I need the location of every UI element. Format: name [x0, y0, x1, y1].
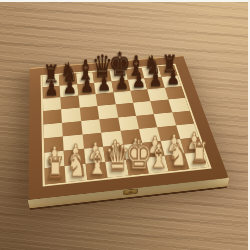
square-h1: ♜ [184, 152, 209, 170]
square-h5 [168, 98, 190, 112]
square-e3 [120, 129, 142, 145]
product-photo: ♜♞♝♛♚♝♞♜♟♟♟♟♟♟♟♟♟♟♟♟♟♟♟♟♜♞♝♛♚♝♞♜ [0, 0, 250, 250]
square-g5 [151, 100, 172, 114]
chess-board: ♜♞♝♛♚♝♞♜♟♟♟♟♟♟♟♟♟♟♟♟♟♟♟♟♜♞♝♛♚♝♞♜ [29, 55, 229, 200]
square-a7: ♟ [43, 86, 61, 99]
square-c2: ♟ [84, 147, 106, 164]
square-a3 [44, 136, 64, 152]
piece-black-bishop: ♝ [76, 56, 94, 83]
square-c1: ♝ [85, 162, 107, 180]
piece-white-pawn: ♟ [186, 129, 202, 152]
square-a6 [43, 97, 62, 111]
piece-white-rook: ♜ [189, 139, 209, 168]
piece-black-bishop: ♝ [127, 52, 145, 79]
square-b1: ♞ [65, 164, 87, 182]
square-d1: ♛ [105, 160, 128, 178]
square-d5 [97, 105, 117, 119]
square-d4 [99, 117, 120, 132]
scene: ♜♞♝♛♚♝♞♜♟♟♟♟♟♟♟♟♟♟♟♟♟♟♟♟♜♞♝♛♚♝♞♜ [0, 0, 250, 250]
board-squares: ♜♞♝♛♚♝♞♜♟♟♟♟♟♟♟♟♟♟♟♟♟♟♟♟♜♞♝♛♚♝♞♜ [41, 64, 212, 187]
piece-black-rook: ♜ [43, 62, 60, 86]
square-g4 [154, 112, 176, 127]
square-f5 [133, 101, 154, 115]
square-d2: ♟ [103, 145, 125, 162]
square-c6 [78, 94, 97, 108]
square-a4 [44, 122, 64, 138]
brass-latch [123, 188, 138, 195]
square-d7: ♟ [94, 81, 113, 94]
piece-white-pawn: ♟ [167, 131, 183, 154]
piece-black-knight: ♞ [60, 59, 78, 85]
brass-hinge [147, 57, 155, 60]
piece-black-knight: ♞ [144, 52, 162, 78]
square-b4 [62, 121, 82, 136]
square-a1: ♜ [45, 166, 66, 185]
piece-black-rook: ♜ [161, 52, 177, 76]
piece-white-rook: ♜ [45, 154, 65, 184]
